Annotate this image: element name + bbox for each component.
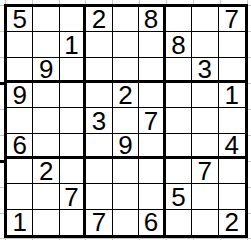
cell-r3c9[interactable] xyxy=(219,58,245,83)
cell-r2c4[interactable] xyxy=(86,32,112,57)
cell-r8c3[interactable]: 7 xyxy=(60,184,86,209)
cell-r3c5[interactable] xyxy=(113,58,139,83)
cell-r4c2[interactable] xyxy=(33,83,59,108)
cell-r7c5[interactable] xyxy=(113,159,139,184)
cell-r6c1[interactable]: 6 xyxy=(7,134,33,159)
cell-r4c8[interactable] xyxy=(192,83,218,108)
cell-r3c1[interactable] xyxy=(7,58,33,83)
cell-r4c7[interactable] xyxy=(166,83,192,108)
cell-r6c4[interactable] xyxy=(86,134,112,159)
cell-r1c2[interactable] xyxy=(33,7,59,32)
cell-r9c6[interactable]: 6 xyxy=(139,210,165,235)
cell-r3c4[interactable] xyxy=(86,58,112,83)
cell-r9c8[interactable] xyxy=(192,210,218,235)
cell-r2c6[interactable] xyxy=(139,32,165,57)
cell-r8c8[interactable] xyxy=(192,184,218,209)
cell-r8c5[interactable] xyxy=(113,184,139,209)
cell-r8c4[interactable] xyxy=(86,184,112,209)
cell-r8c7[interactable]: 5 xyxy=(166,184,192,209)
cell-r5c3[interactable] xyxy=(60,108,86,133)
cell-r6c6[interactable] xyxy=(139,134,165,159)
cell-r6c2[interactable] xyxy=(33,134,59,159)
cell-r5c1[interactable] xyxy=(7,108,33,133)
cell-r8c9[interactable] xyxy=(219,184,245,209)
cell-r1c9[interactable]: 7 xyxy=(219,7,245,32)
cell-r1c1[interactable]: 5 xyxy=(7,7,33,32)
cell-r7c6[interactable] xyxy=(139,159,165,184)
cell-r5c6[interactable]: 7 xyxy=(139,108,165,133)
cell-r1c4[interactable]: 2 xyxy=(86,7,112,32)
cell-r8c1[interactable] xyxy=(7,184,33,209)
cell-r7c3[interactable] xyxy=(60,159,86,184)
sudoku-screenshot: 528718939213769427751762 xyxy=(0,0,251,240)
cell-r2c9[interactable] xyxy=(219,32,245,57)
cell-r1c6[interactable]: 8 xyxy=(139,7,165,32)
cell-r9c3[interactable] xyxy=(60,210,86,235)
cell-r4c5[interactable]: 2 xyxy=(113,83,139,108)
cell-r4c9[interactable]: 1 xyxy=(219,83,245,108)
cell-r2c7[interactable]: 8 xyxy=(166,32,192,57)
cell-r6c7[interactable] xyxy=(166,134,192,159)
margin-gridline-horizontal xyxy=(0,238,251,239)
cell-r4c3[interactable] xyxy=(60,83,86,108)
cell-r9c7[interactable] xyxy=(166,210,192,235)
cell-r7c9[interactable] xyxy=(219,159,245,184)
cell-r9c5[interactable] xyxy=(113,210,139,235)
cell-r7c7[interactable] xyxy=(166,159,192,184)
cell-r3c2[interactable]: 9 xyxy=(33,58,59,83)
cell-r7c8[interactable]: 7 xyxy=(192,159,218,184)
cell-r1c5[interactable] xyxy=(113,7,139,32)
cell-r2c5[interactable] xyxy=(113,32,139,57)
cell-r9c4[interactable]: 7 xyxy=(86,210,112,235)
cell-r6c3[interactable] xyxy=(60,134,86,159)
cell-r7c4[interactable] xyxy=(86,159,112,184)
cell-r8c6[interactable] xyxy=(139,184,165,209)
cell-r2c2[interactable] xyxy=(33,32,59,57)
cell-r2c3[interactable]: 1 xyxy=(60,32,86,57)
cell-r4c6[interactable] xyxy=(139,83,165,108)
cell-r7c1[interactable] xyxy=(7,159,33,184)
cell-r1c3[interactable] xyxy=(60,7,86,32)
cell-r1c7[interactable] xyxy=(166,7,192,32)
cell-r6c5[interactable]: 9 xyxy=(113,134,139,159)
cell-r5c2[interactable] xyxy=(33,108,59,133)
cell-r2c1[interactable] xyxy=(7,32,33,57)
cell-r1c8[interactable] xyxy=(192,7,218,32)
cell-r3c6[interactable] xyxy=(139,58,165,83)
cell-r8c2[interactable] xyxy=(33,184,59,209)
sudoku-board: 528718939213769427751762 xyxy=(4,4,248,238)
cell-r3c7[interactable] xyxy=(166,58,192,83)
cell-r2c8[interactable] xyxy=(192,32,218,57)
cell-r5c8[interactable] xyxy=(192,108,218,133)
cell-r5c5[interactable] xyxy=(113,108,139,133)
cell-r4c4[interactable] xyxy=(86,83,112,108)
cell-r4c1[interactable]: 9 xyxy=(7,83,33,108)
cell-r6c8[interactable] xyxy=(192,134,218,159)
cell-r5c9[interactable] xyxy=(219,108,245,133)
cell-r5c4[interactable]: 3 xyxy=(86,108,112,133)
cell-r9c1[interactable]: 1 xyxy=(7,210,33,235)
cell-r9c9[interactable]: 2 xyxy=(219,210,245,235)
cell-r9c2[interactable] xyxy=(33,210,59,235)
cell-r3c8[interactable]: 3 xyxy=(192,58,218,83)
cell-r6c9[interactable]: 4 xyxy=(219,134,245,159)
cell-r3c3[interactable] xyxy=(60,58,86,83)
cell-r5c7[interactable] xyxy=(166,108,192,133)
cell-r7c2[interactable]: 2 xyxy=(33,159,59,184)
